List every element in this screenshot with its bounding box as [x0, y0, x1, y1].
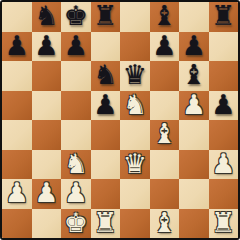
piece-black-pawn[interactable]: ♟: [93, 91, 117, 119]
square-c3[interactable]: ♞: [61, 150, 91, 180]
piece-white-pawn[interactable]: ♟: [34, 179, 58, 207]
square-b5[interactable]: [32, 91, 62, 121]
chess-board-container: ♞♚♜♝♜♟♟♟♟♟♞♛♝♟♞♟♟♝♞♛♟♟♟♟♚♜♝♜: [0, 0, 240, 240]
square-e7[interactable]: [120, 32, 150, 62]
square-g3[interactable]: [179, 150, 209, 180]
square-b8[interactable]: ♞: [32, 2, 62, 32]
piece-black-pawn[interactable]: ♟: [211, 91, 235, 119]
square-e3[interactable]: ♛: [120, 150, 150, 180]
square-d7[interactable]: [91, 32, 121, 62]
piece-black-rook[interactable]: ♜: [93, 2, 117, 30]
piece-black-pawn[interactable]: ♟: [34, 32, 58, 60]
piece-white-knight[interactable]: ♞: [64, 150, 88, 178]
square-f5[interactable]: [150, 91, 180, 121]
square-h7[interactable]: [209, 32, 239, 62]
piece-white-pawn[interactable]: ♟: [211, 150, 235, 178]
square-c5[interactable]: [61, 91, 91, 121]
square-g1[interactable]: [179, 209, 209, 239]
square-a2[interactable]: ♟: [2, 179, 32, 209]
piece-white-pawn[interactable]: ♟: [5, 179, 29, 207]
square-h2[interactable]: [209, 179, 239, 209]
square-e1[interactable]: [120, 209, 150, 239]
square-h3[interactable]: ♟: [209, 150, 239, 180]
piece-black-pawn[interactable]: ♟: [5, 32, 29, 60]
square-b6[interactable]: [32, 61, 62, 91]
square-h4[interactable]: [209, 120, 239, 150]
square-c2[interactable]: ♟: [61, 179, 91, 209]
square-b4[interactable]: [32, 120, 62, 150]
piece-black-rook[interactable]: ♜: [211, 2, 235, 30]
square-f8[interactable]: ♝: [150, 2, 180, 32]
square-g8[interactable]: [179, 2, 209, 32]
square-c1[interactable]: ♚: [61, 209, 91, 239]
piece-black-bishop[interactable]: ♝: [152, 2, 176, 30]
piece-white-rook[interactable]: ♜: [211, 209, 235, 237]
square-f4[interactable]: ♝: [150, 120, 180, 150]
square-g7[interactable]: ♟: [179, 32, 209, 62]
piece-white-pawn[interactable]: ♟: [64, 179, 88, 207]
piece-black-pawn[interactable]: ♟: [64, 32, 88, 60]
square-a1[interactable]: [2, 209, 32, 239]
square-a6[interactable]: [2, 61, 32, 91]
square-h1[interactable]: ♜: [209, 209, 239, 239]
piece-white-knight[interactable]: ♞: [123, 91, 147, 119]
square-c6[interactable]: [61, 61, 91, 91]
square-e6[interactable]: ♛: [120, 61, 150, 91]
piece-white-rook[interactable]: ♜: [93, 209, 117, 237]
square-f3[interactable]: [150, 150, 180, 180]
piece-black-bishop[interactable]: ♝: [182, 61, 206, 89]
square-h8[interactable]: ♜: [209, 2, 239, 32]
square-b2[interactable]: ♟: [32, 179, 62, 209]
square-g2[interactable]: [179, 179, 209, 209]
square-h5[interactable]: ♟: [209, 91, 239, 121]
piece-white-bishop[interactable]: ♝: [152, 120, 176, 148]
piece-black-queen[interactable]: ♛: [123, 61, 147, 89]
square-e2[interactable]: [120, 179, 150, 209]
square-c4[interactable]: [61, 120, 91, 150]
piece-black-pawn[interactable]: ♟: [152, 32, 176, 60]
square-a7[interactable]: ♟: [2, 32, 32, 62]
square-e4[interactable]: [120, 120, 150, 150]
square-f2[interactable]: [150, 179, 180, 209]
chess-board: ♞♚♜♝♜♟♟♟♟♟♞♛♝♟♞♟♟♝♞♛♟♟♟♟♚♜♝♜: [0, 0, 240, 240]
square-d6[interactable]: ♞: [91, 61, 121, 91]
square-d1[interactable]: ♜: [91, 209, 121, 239]
square-e5[interactable]: ♞: [120, 91, 150, 121]
piece-white-bishop[interactable]: ♝: [152, 209, 176, 237]
square-g4[interactable]: [179, 120, 209, 150]
square-f6[interactable]: [150, 61, 180, 91]
square-b1[interactable]: [32, 209, 62, 239]
piece-white-pawn[interactable]: ♟: [182, 91, 206, 119]
square-d3[interactable]: [91, 150, 121, 180]
square-b3[interactable]: [32, 150, 62, 180]
square-d5[interactable]: ♟: [91, 91, 121, 121]
piece-black-pawn[interactable]: ♟: [182, 32, 206, 60]
square-h6[interactable]: [209, 61, 239, 91]
square-e8[interactable]: [120, 2, 150, 32]
square-g6[interactable]: ♝: [179, 61, 209, 91]
piece-white-queen[interactable]: ♛: [123, 150, 147, 178]
square-f1[interactable]: ♝: [150, 209, 180, 239]
square-d2[interactable]: [91, 179, 121, 209]
square-c7[interactable]: ♟: [61, 32, 91, 62]
square-a8[interactable]: [2, 2, 32, 32]
piece-black-knight[interactable]: ♞: [34, 2, 58, 30]
square-g5[interactable]: ♟: [179, 91, 209, 121]
piece-black-king[interactable]: ♚: [64, 2, 88, 30]
square-d4[interactable]: [91, 120, 121, 150]
piece-black-knight[interactable]: ♞: [93, 61, 117, 89]
square-c8[interactable]: ♚: [61, 2, 91, 32]
square-a5[interactable]: [2, 91, 32, 121]
piece-white-king[interactable]: ♚: [64, 209, 88, 237]
square-d8[interactable]: ♜: [91, 2, 121, 32]
square-b7[interactable]: ♟: [32, 32, 62, 62]
square-a4[interactable]: [2, 120, 32, 150]
square-f7[interactable]: ♟: [150, 32, 180, 62]
square-a3[interactable]: [2, 150, 32, 180]
